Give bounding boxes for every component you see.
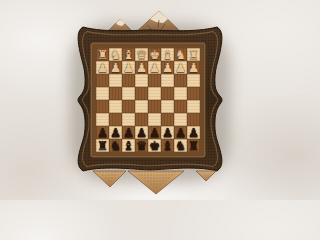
board-square[interactable] bbox=[148, 74, 161, 87]
board-square[interactable] bbox=[174, 74, 187, 87]
board-square[interactable]: ♟ bbox=[135, 61, 148, 74]
board-square[interactable] bbox=[148, 87, 161, 100]
board-square[interactable] bbox=[135, 74, 148, 87]
board-square[interactable] bbox=[109, 74, 122, 87]
board-square[interactable] bbox=[122, 87, 135, 100]
board-square[interactable]: ♟ bbox=[187, 61, 200, 74]
white-pawn[interactable]: ♟ bbox=[148, 61, 161, 74]
leaf-pendant-left bbox=[93, 171, 126, 187]
board-square[interactable] bbox=[187, 74, 200, 87]
black-queen[interactable]: ♛ bbox=[135, 139, 148, 152]
board-square[interactable]: ♟ bbox=[109, 61, 122, 74]
board-square[interactable] bbox=[96, 74, 109, 87]
board-square[interactable] bbox=[109, 100, 122, 113]
white-pawn[interactable]: ♟ bbox=[135, 61, 148, 74]
board-square[interactable] bbox=[96, 100, 109, 113]
board-square[interactable]: ♜ bbox=[96, 139, 109, 152]
black-knight[interactable]: ♞ bbox=[174, 139, 187, 152]
board-square[interactable]: ♟ bbox=[174, 61, 187, 74]
photo-background: ♜♞♝♛♚♝♞♜♟♟♟♟♟♟♟♟♟♟♟♟♟♟♟♟♜♞♝♛♚♝♞♜ bbox=[0, 0, 300, 200]
white-pawn[interactable]: ♟ bbox=[109, 61, 122, 74]
board-square[interactable] bbox=[135, 100, 148, 113]
board-square[interactable]: ♟ bbox=[148, 61, 161, 74]
board-square[interactable]: ♞ bbox=[174, 139, 187, 152]
black-rook[interactable]: ♜ bbox=[187, 139, 200, 152]
black-bishop[interactable]: ♝ bbox=[161, 139, 174, 152]
black-rook[interactable]: ♜ bbox=[96, 139, 109, 152]
board-square[interactable] bbox=[187, 87, 200, 100]
white-pawn[interactable]: ♟ bbox=[96, 61, 109, 74]
white-pawn[interactable]: ♟ bbox=[122, 61, 135, 74]
board-square[interactable] bbox=[122, 100, 135, 113]
board-square[interactable]: ♟ bbox=[161, 61, 174, 74]
board-square[interactable]: ♝ bbox=[122, 139, 135, 152]
board-square[interactable]: ♟ bbox=[122, 61, 135, 74]
board-square[interactable]: ♛ bbox=[135, 139, 148, 152]
leaf-pendant-right bbox=[196, 171, 216, 181]
black-king[interactable]: ♚ bbox=[148, 139, 161, 152]
white-pawn[interactable]: ♟ bbox=[174, 61, 187, 74]
white-pawn[interactable]: ♟ bbox=[161, 61, 174, 74]
chess-board: ♜♞♝♛♚♝♞♜♟♟♟♟♟♟♟♟♟♟♟♟♟♟♟♟♜♞♝♛♚♝♞♜ bbox=[96, 48, 200, 152]
white-pawn[interactable]: ♟ bbox=[187, 61, 200, 74]
board-square[interactable] bbox=[161, 87, 174, 100]
leaf-pendant-center bbox=[128, 171, 184, 194]
board-square[interactable]: ♟ bbox=[96, 61, 109, 74]
black-knight[interactable]: ♞ bbox=[109, 139, 122, 152]
black-bishop[interactable]: ♝ bbox=[122, 139, 135, 152]
board-square[interactable] bbox=[161, 74, 174, 87]
board-square[interactable] bbox=[187, 100, 200, 113]
mountain-carving-large bbox=[135, 11, 182, 33]
board-square[interactable] bbox=[174, 100, 187, 113]
board-square[interactable] bbox=[161, 100, 174, 113]
board-square[interactable] bbox=[148, 100, 161, 113]
board-square[interactable] bbox=[122, 74, 135, 87]
board-square[interactable] bbox=[174, 87, 187, 100]
board-square[interactable]: ♜ bbox=[187, 139, 200, 152]
board-square[interactable]: ♚ bbox=[148, 139, 161, 152]
board-square[interactable] bbox=[96, 87, 109, 100]
board-square[interactable]: ♞ bbox=[109, 139, 122, 152]
board-square[interactable] bbox=[135, 87, 148, 100]
board-square[interactable]: ♝ bbox=[161, 139, 174, 152]
board-square[interactable] bbox=[109, 87, 122, 100]
